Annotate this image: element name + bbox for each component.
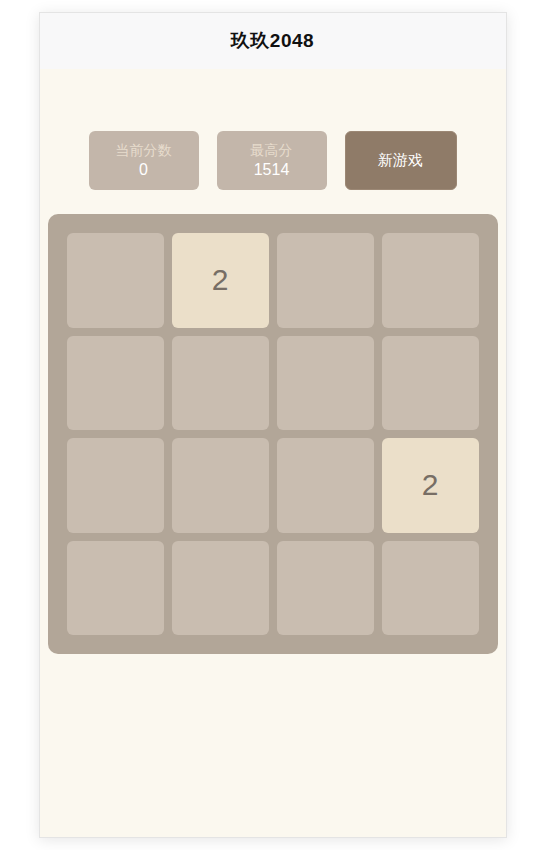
board-cell	[67, 438, 164, 533]
app-container: 玖玖2048 当前分数 0 最高分 1514 新游戏 2 2	[39, 12, 507, 838]
board-cell	[67, 541, 164, 636]
current-score-box: 当前分数 0	[89, 131, 199, 190]
app-header: 玖玖2048	[40, 13, 506, 69]
board-cell	[172, 438, 269, 533]
board-cell	[382, 233, 479, 328]
board-grid[interactable]: 2 2	[48, 214, 498, 654]
board-cell	[172, 541, 269, 636]
board-cell: 2	[382, 438, 479, 533]
board-cell: 2	[172, 233, 269, 328]
best-score-label: 最高分	[251, 143, 293, 157]
best-score-value: 1514	[254, 162, 290, 178]
board-cell	[382, 336, 479, 431]
best-score-box: 最高分 1514	[217, 131, 327, 190]
board-cell	[172, 336, 269, 431]
board-cell	[67, 233, 164, 328]
board-cell	[277, 336, 374, 431]
page-title: 玖玖2048	[231, 28, 314, 54]
board-cell	[277, 541, 374, 636]
current-score-label: 当前分数	[116, 143, 172, 157]
board-cell	[382, 541, 479, 636]
new-game-button[interactable]: 新游戏	[345, 131, 457, 190]
game-content: 当前分数 0 最高分 1514 新游戏 2 2	[40, 69, 506, 838]
score-row: 当前分数 0 最高分 1514 新游戏	[40, 131, 506, 190]
board-cell	[277, 233, 374, 328]
board-cell	[67, 336, 164, 431]
board-cell	[277, 438, 374, 533]
current-score-value: 0	[139, 162, 148, 178]
